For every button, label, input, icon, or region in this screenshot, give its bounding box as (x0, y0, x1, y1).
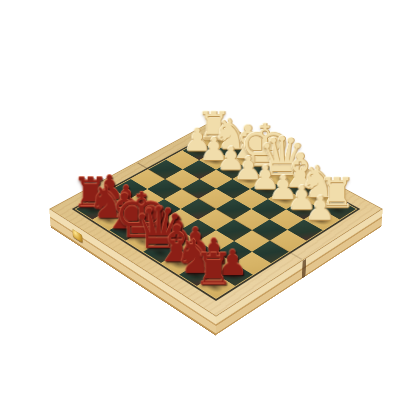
chess-set: ♜♞♝♚♛♝♞♜♟♟♟♟♟♟♟♟♟♟♟♟♟♟♟♟♜♞♝♚♛♝♞♜ (49, 119, 383, 317)
square-a8: ♜ (197, 274, 234, 298)
board-lid: ♜♞♝♚♛♝♞♜♟♟♟♟♟♟♟♟♟♟♟♟♟♟♟♟♜♞♝♚♛♝♞♜ (49, 119, 383, 317)
product-photo: ♜♞♝♚♛♝♞♜♟♟♟♟♟♟♟♟♟♟♟♟♟♟♟♟♜♞♝♚♛♝♞♜ (0, 0, 400, 400)
brass-clasp-icon (73, 229, 83, 244)
play-area: ♜♞♝♚♛♝♞♜♟♟♟♟♟♟♟♟♟♟♟♟♟♟♟♟♜♞♝♚♛♝♞♜ (72, 130, 360, 301)
board-grid: ♜♞♝♚♛♝♞♜♟♟♟♟♟♟♟♟♟♟♟♟♟♟♟♟♜♞♝♚♛♝♞♜ (76, 132, 356, 298)
white-pawn: ♟ (280, 191, 361, 224)
red-rook: ♜ (171, 248, 257, 292)
